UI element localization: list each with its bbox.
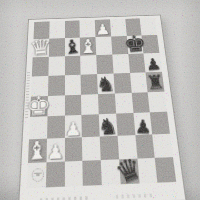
square-e5: [97, 73, 115, 93]
square-d5: [81, 74, 98, 95]
square-c8: [65, 20, 80, 38]
bottom-margin-marking-2: [115, 194, 151, 199]
board-grid: [27, 18, 176, 188]
square-f4: [115, 92, 133, 114]
square-f3: [116, 113, 135, 136]
square-c2: [64, 137, 82, 161]
square-b5: [48, 75, 65, 96]
square-a7: [33, 39, 49, 58]
square-e4: [98, 93, 116, 115]
square-c6: [64, 55, 80, 75]
square-b2: [46, 138, 64, 162]
square-h7: [142, 35, 160, 53]
square-b4: [47, 95, 64, 117]
square-f7: [111, 36, 128, 54]
square-f5: [113, 73, 131, 93]
square-b7: [49, 38, 65, 57]
square-e3: [99, 114, 118, 137]
square-d4: [81, 94, 99, 116]
square-h6: [144, 53, 162, 72]
square-b8: [49, 21, 65, 39]
square-f8: [110, 19, 127, 37]
square-a3: [29, 117, 47, 140]
square-h8: [140, 18, 157, 36]
square-b1: [46, 162, 65, 188]
square-d8: [80, 20, 96, 38]
square-e7: [95, 36, 112, 54]
square-e2: [100, 136, 119, 160]
square-f1: [119, 159, 139, 185]
square-a5: [31, 76, 48, 97]
square-f6: [112, 54, 129, 73]
photo-of-chessboard: ♟♛♝♝♚♟♞♜♚♟♞♟♝♟♛: [0, 0, 200, 200]
square-e1: [101, 159, 121, 185]
square-h3: [150, 112, 170, 135]
square-d3: [82, 115, 100, 138]
square-a8: [33, 21, 49, 39]
square-a6: [32, 57, 49, 77]
square-b6: [48, 56, 64, 76]
square-a4: [30, 96, 48, 118]
square-d1: [83, 160, 102, 186]
square-c5: [64, 74, 81, 95]
square-c1: [64, 161, 83, 187]
square-f2: [117, 135, 137, 159]
square-e6: [96, 54, 113, 73]
square-d2: [82, 137, 101, 161]
square-c3: [64, 115, 82, 138]
board-margin: ♟♛♝♝♚♟♞♜♚♟♞♟♝♟♛: [18, 15, 187, 200]
square-d6: [80, 55, 97, 74]
square-e8: [95, 19, 111, 37]
square-b3: [47, 116, 65, 139]
chessboard: ♟♛♝♝♚♟♞♜♚♟♞♟♝♟♛: [18, 15, 187, 200]
square-h5: [146, 71, 165, 91]
crest-stamp-icon: [32, 168, 45, 182]
square-c7: [65, 37, 81, 56]
square-a1: [27, 162, 46, 188]
square-h4: [148, 91, 167, 112]
square-h1: [155, 157, 176, 182]
square-c4: [64, 94, 81, 116]
square-h2: [152, 134, 173, 158]
square-a2: [28, 139, 47, 163]
bottom-margin-marking: [39, 196, 89, 200]
square-d7: [80, 37, 96, 56]
